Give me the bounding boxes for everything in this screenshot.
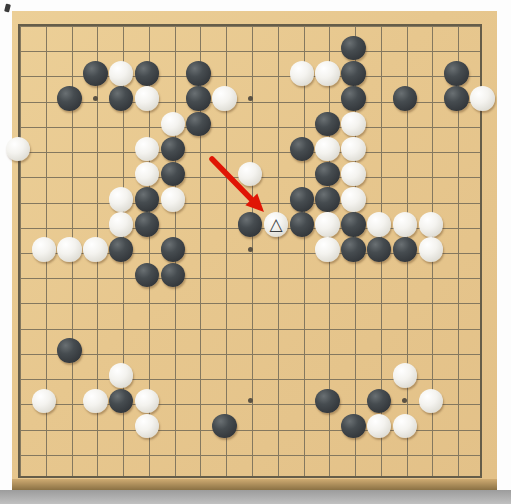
black-stone bbox=[444, 86, 469, 111]
black-stone bbox=[109, 237, 134, 262]
black-stone bbox=[315, 389, 340, 414]
white-stone bbox=[6, 137, 31, 162]
black-stone bbox=[341, 414, 366, 439]
black-stone bbox=[186, 61, 211, 86]
white-stone bbox=[57, 237, 82, 262]
white-stone bbox=[315, 137, 340, 162]
black-stone bbox=[341, 61, 366, 86]
black-stone bbox=[315, 187, 340, 212]
white-stone bbox=[109, 212, 134, 237]
black-stone bbox=[367, 237, 392, 262]
black-stone bbox=[212, 414, 237, 439]
black-stone bbox=[109, 86, 134, 111]
white-stone bbox=[341, 187, 366, 212]
black-stone bbox=[341, 36, 366, 61]
board-bottom-edge bbox=[12, 479, 497, 490]
white-stone bbox=[393, 363, 418, 388]
black-stone bbox=[135, 187, 160, 212]
white-stone bbox=[109, 187, 134, 212]
go-video-frame: △ bbox=[0, 0, 511, 504]
white-stone bbox=[315, 212, 340, 237]
black-stone bbox=[57, 86, 82, 111]
black-stone bbox=[186, 112, 211, 137]
black-stone bbox=[341, 212, 366, 237]
white-stone bbox=[290, 61, 315, 86]
black-stone bbox=[161, 237, 186, 262]
black-stone bbox=[135, 61, 160, 86]
white-stone bbox=[419, 389, 444, 414]
white-stone bbox=[135, 389, 160, 414]
white-stone bbox=[315, 61, 340, 86]
black-stone bbox=[393, 86, 418, 111]
hoshi-star-point bbox=[248, 247, 253, 252]
black-stone bbox=[290, 187, 315, 212]
white-stone bbox=[83, 237, 108, 262]
black-stone bbox=[135, 212, 160, 237]
go-board[interactable]: △ bbox=[12, 11, 497, 479]
white-stone bbox=[393, 414, 418, 439]
white-stone bbox=[341, 137, 366, 162]
white-stone bbox=[419, 237, 444, 262]
white-stone bbox=[367, 414, 392, 439]
black-stone bbox=[186, 86, 211, 111]
red-arrow-annotation bbox=[205, 152, 275, 222]
black-stone bbox=[341, 86, 366, 111]
white-stone bbox=[212, 86, 237, 111]
black-stone bbox=[290, 212, 315, 237]
black-stone bbox=[341, 237, 366, 262]
black-stone bbox=[161, 263, 186, 288]
white-stone bbox=[419, 212, 444, 237]
white-stone bbox=[109, 61, 134, 86]
black-stone bbox=[444, 61, 469, 86]
black-stone bbox=[161, 162, 186, 187]
white-stone bbox=[135, 162, 160, 187]
black-stone bbox=[393, 237, 418, 262]
white-stone bbox=[109, 363, 134, 388]
hoshi-star-point bbox=[93, 96, 98, 101]
black-stone bbox=[135, 263, 160, 288]
white-stone bbox=[341, 162, 366, 187]
white-stone bbox=[135, 414, 160, 439]
black-stone bbox=[367, 389, 392, 414]
white-stone bbox=[161, 112, 186, 137]
white-stone bbox=[32, 389, 57, 414]
white-stone bbox=[393, 212, 418, 237]
white-stone bbox=[341, 112, 366, 137]
white-stone bbox=[83, 389, 108, 414]
white-stone bbox=[470, 86, 495, 111]
white-stone bbox=[135, 137, 160, 162]
black-stone bbox=[57, 338, 82, 363]
black-stone bbox=[83, 61, 108, 86]
white-stone bbox=[315, 237, 340, 262]
black-stone bbox=[315, 112, 340, 137]
stones-grid: △ bbox=[5, 10, 495, 489]
white-stone bbox=[367, 212, 392, 237]
black-stone bbox=[315, 162, 340, 187]
black-stone bbox=[161, 137, 186, 162]
hoshi-star-point bbox=[402, 398, 407, 403]
black-stone bbox=[109, 389, 134, 414]
hoshi-star-point bbox=[248, 96, 253, 101]
white-stone bbox=[135, 86, 160, 111]
hoshi-star-point bbox=[248, 398, 253, 403]
white-stone bbox=[161, 187, 186, 212]
video-bottom-bar bbox=[0, 490, 511, 504]
black-stone bbox=[290, 137, 315, 162]
white-stone bbox=[32, 237, 57, 262]
